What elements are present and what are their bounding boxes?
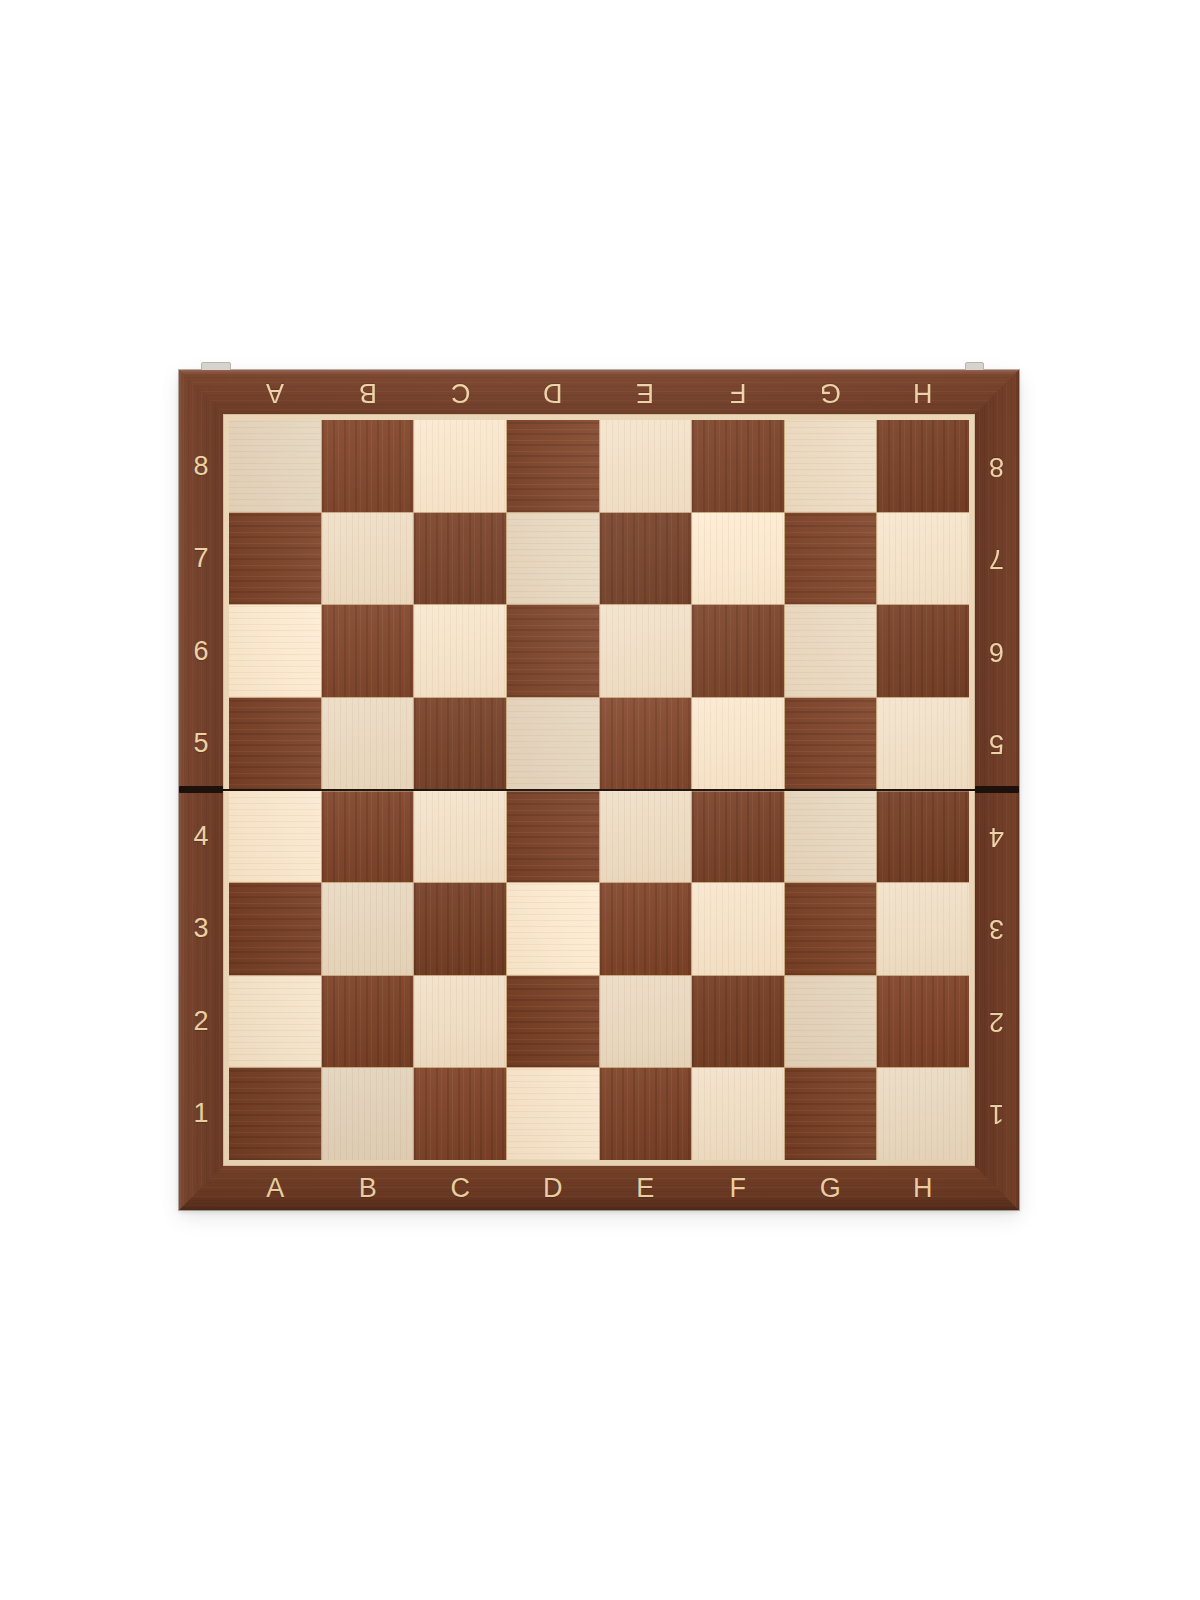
photo-background: ABCDEFGH ABCDEFGH 87654321 87654321 [0,0,1200,1600]
rank-label-7-right: 7 [989,545,1004,572]
square-c8[interactable] [414,420,506,512]
rank-label-2-right: 2 [989,1008,1004,1035]
file-label-f-bottom: F [730,1175,747,1202]
rank-label-8-right: 8 [989,453,1004,480]
square-a2[interactable] [229,976,321,1068]
rank-label-5-right: 5 [989,730,1004,757]
square-f3[interactable] [692,883,784,975]
square-h4[interactable] [877,791,969,883]
square-h6[interactable] [877,605,969,697]
square-b3[interactable] [322,883,414,975]
fold-seam [179,789,1019,791]
square-a7[interactable] [229,513,321,605]
square-g1[interactable] [785,1068,877,1160]
square-d4[interactable] [507,791,599,883]
square-c5[interactable] [414,698,506,790]
square-f2[interactable] [692,976,784,1068]
square-d6[interactable] [507,605,599,697]
square-d3[interactable] [507,883,599,975]
square-a6[interactable] [229,605,321,697]
rank-label-7-left: 7 [193,545,208,572]
file-label-h-top: H [913,379,933,406]
square-f1[interactable] [692,1068,784,1160]
fold-seam-notch-left [179,786,223,793]
square-e8[interactable] [600,420,692,512]
square-b2[interactable] [322,976,414,1068]
rank-label-6-left: 6 [193,638,208,665]
rank-label-6-right: 6 [989,638,1004,665]
square-d2[interactable] [507,976,599,1068]
square-d5[interactable] [507,698,599,790]
square-g5[interactable] [785,698,877,790]
file-label-b-bottom: B [359,1175,377,1202]
file-label-b-top: B [359,379,377,406]
square-h7[interactable] [877,513,969,605]
square-g3[interactable] [785,883,877,975]
file-label-g-bottom: G [820,1175,841,1202]
square-e2[interactable] [600,976,692,1068]
rank-label-5-left: 5 [193,730,208,757]
chess-board: ABCDEFGH ABCDEFGH 87654321 87654321 [179,370,1019,1210]
rank-label-1-right: 1 [989,1100,1004,1127]
file-label-c-top: C [451,379,471,406]
rank-label-8-left: 8 [193,453,208,480]
square-a4[interactable] [229,791,321,883]
rank-label-3-right: 3 [989,915,1004,942]
square-b4[interactable] [322,791,414,883]
square-f7[interactable] [692,513,784,605]
fold-seam-notch-right [975,786,1019,793]
square-b5[interactable] [322,698,414,790]
file-label-e-bottom: E [636,1175,654,1202]
board-frame-top: ABCDEFGH [179,370,1019,414]
square-h5[interactable] [877,698,969,790]
bottom-file-labels: ABCDEFGH [229,1166,969,1210]
square-c4[interactable] [414,791,506,883]
square-c6[interactable] [414,605,506,697]
board-frame-bottom: ABCDEFGH [179,1166,1019,1210]
square-g4[interactable] [785,791,877,883]
square-c3[interactable] [414,883,506,975]
square-g7[interactable] [785,513,877,605]
square-f8[interactable] [692,420,784,512]
square-h3[interactable] [877,883,969,975]
square-e1[interactable] [600,1068,692,1160]
square-e4[interactable] [600,791,692,883]
square-b8[interactable] [322,420,414,512]
rank-label-2-left: 2 [193,1008,208,1035]
square-g2[interactable] [785,976,877,1068]
file-label-d-bottom: D [543,1175,563,1202]
file-label-c-bottom: C [451,1175,471,1202]
top-file-labels: ABCDEFGH [229,370,969,414]
rank-label-4-right: 4 [989,823,1004,850]
square-c2[interactable] [414,976,506,1068]
file-label-f-top: F [730,379,747,406]
rank-label-4-left: 4 [193,823,208,850]
square-g8[interactable] [785,420,877,512]
file-label-a-top: A [266,379,284,406]
square-h2[interactable] [877,976,969,1068]
square-a1[interactable] [229,1068,321,1160]
square-a3[interactable] [229,883,321,975]
square-d7[interactable] [507,513,599,605]
square-b6[interactable] [322,605,414,697]
square-h1[interactable] [877,1068,969,1160]
file-label-d-top: D [543,379,563,406]
square-e5[interactable] [600,698,692,790]
rank-label-3-left: 3 [193,915,208,942]
square-e6[interactable] [600,605,692,697]
rank-label-1-left: 1 [193,1100,208,1127]
file-label-h-bottom: H [913,1175,933,1202]
square-h8[interactable] [877,420,969,512]
square-f5[interactable] [692,698,784,790]
square-a8[interactable] [229,420,321,512]
square-b7[interactable] [322,513,414,605]
square-d1[interactable] [507,1068,599,1160]
square-a5[interactable] [229,698,321,790]
square-c7[interactable] [414,513,506,605]
square-b1[interactable] [322,1068,414,1160]
square-d8[interactable] [507,420,599,512]
square-e7[interactable] [600,513,692,605]
file-label-a-bottom: A [266,1175,284,1202]
square-f4[interactable] [692,791,784,883]
square-e3[interactable] [600,883,692,975]
file-label-e-top: E [636,379,654,406]
square-g6[interactable] [785,605,877,697]
square-c1[interactable] [414,1068,506,1160]
square-f6[interactable] [692,605,784,697]
file-label-g-top: G [820,379,841,406]
